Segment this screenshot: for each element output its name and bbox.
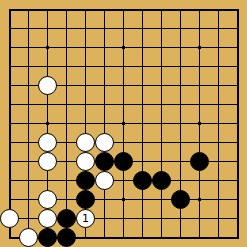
intersection: [171, 19, 190, 38]
intersection: [38, 190, 57, 209]
intersection: [133, 228, 152, 247]
intersection: [57, 76, 76, 95]
intersection: [114, 19, 133, 38]
intersection: [209, 133, 228, 152]
intersection: [0, 209, 19, 228]
intersection: [190, 95, 209, 114]
intersection: [76, 133, 95, 152]
intersection: [114, 209, 133, 228]
intersection: [133, 209, 152, 228]
intersection: [228, 171, 247, 190]
intersection: [171, 57, 190, 76]
intersection: [57, 0, 76, 19]
intersection: [209, 76, 228, 95]
intersection: [57, 19, 76, 38]
go-board-diagram: 1: [0, 0, 247, 247]
intersection: [133, 152, 152, 171]
intersection: [171, 95, 190, 114]
intersection: [228, 57, 247, 76]
intersection: [19, 19, 38, 38]
black-stone: [133, 171, 152, 190]
intersection: [209, 190, 228, 209]
intersection: [95, 133, 114, 152]
star-point: [46, 122, 49, 125]
intersection: [171, 190, 190, 209]
white-stone: [95, 133, 114, 152]
intersection: [114, 38, 133, 57]
intersection: [228, 38, 247, 57]
intersection: [171, 133, 190, 152]
intersection: [19, 190, 38, 209]
intersection: [152, 228, 171, 247]
intersection: [133, 114, 152, 133]
intersection: [95, 171, 114, 190]
intersection: [19, 95, 38, 114]
intersection: [190, 209, 209, 228]
intersection: [171, 209, 190, 228]
intersection: [95, 152, 114, 171]
intersection: [76, 38, 95, 57]
intersection: [57, 209, 76, 228]
intersection: [114, 133, 133, 152]
intersection: [19, 171, 38, 190]
white-stone: [38, 152, 57, 171]
intersection: [76, 76, 95, 95]
intersection: [152, 171, 171, 190]
intersection: [133, 76, 152, 95]
intersection: [209, 228, 228, 247]
intersection: [152, 190, 171, 209]
intersection: [0, 38, 19, 57]
intersection: [57, 133, 76, 152]
intersection: [95, 95, 114, 114]
intersection: [152, 57, 171, 76]
intersection: [76, 19, 95, 38]
intersection: [190, 152, 209, 171]
intersection: [19, 152, 38, 171]
intersection: [57, 95, 76, 114]
intersection: [0, 0, 19, 19]
black-stone: [114, 152, 133, 171]
intersection: [38, 0, 57, 19]
intersection: [0, 133, 19, 152]
intersection: [19, 133, 38, 152]
intersection: [95, 76, 114, 95]
intersection: [19, 114, 38, 133]
intersection: [152, 19, 171, 38]
goban-grid: 1: [0, 0, 247, 247]
intersection: [95, 19, 114, 38]
intersection: [38, 228, 57, 247]
intersection: [0, 95, 19, 114]
black-stone: [171, 190, 190, 209]
intersection: [57, 228, 76, 247]
intersection: [95, 38, 114, 57]
intersection: [152, 133, 171, 152]
intersection: [190, 76, 209, 95]
intersection: [171, 0, 190, 19]
intersection: [133, 57, 152, 76]
intersection: [95, 114, 114, 133]
intersection: [0, 228, 19, 247]
intersection: [152, 152, 171, 171]
intersection: [76, 152, 95, 171]
intersection: [38, 114, 57, 133]
intersection: [209, 0, 228, 19]
intersection: [209, 209, 228, 228]
white-stone: [38, 76, 57, 95]
intersection: [19, 228, 38, 247]
white-stone: [38, 209, 57, 228]
intersection: [0, 76, 19, 95]
star-point: [198, 46, 201, 49]
intersection: [0, 114, 19, 133]
intersection: [0, 152, 19, 171]
black-stone: [95, 152, 114, 171]
intersection: [190, 190, 209, 209]
intersection: [228, 190, 247, 209]
intersection: [190, 114, 209, 133]
intersection: [38, 95, 57, 114]
white-stone: [38, 190, 57, 209]
intersection: [228, 114, 247, 133]
intersection: [114, 190, 133, 209]
intersection: [171, 171, 190, 190]
intersection: [114, 152, 133, 171]
star-point: [198, 198, 201, 201]
star-point: [122, 122, 125, 125]
intersection: [38, 76, 57, 95]
intersection: [209, 95, 228, 114]
intersection: [19, 209, 38, 228]
intersection: [76, 114, 95, 133]
intersection: [190, 38, 209, 57]
intersection: [190, 0, 209, 19]
intersection: [133, 38, 152, 57]
intersection: [57, 57, 76, 76]
intersection: [133, 171, 152, 190]
intersection: [95, 57, 114, 76]
intersection: [0, 57, 19, 76]
black-stone: [190, 152, 209, 171]
intersection: [19, 0, 38, 19]
black-stone: [57, 209, 76, 228]
white-stone: [19, 228, 38, 247]
intersection: [152, 95, 171, 114]
intersection: [133, 19, 152, 38]
intersection: [152, 209, 171, 228]
intersection: [152, 38, 171, 57]
intersection: [228, 0, 247, 19]
intersection: [114, 228, 133, 247]
intersection: [209, 19, 228, 38]
intersection: [190, 171, 209, 190]
intersection: [114, 114, 133, 133]
star-point: [122, 46, 125, 49]
intersection: [209, 57, 228, 76]
intersection: [228, 95, 247, 114]
intersection: [171, 152, 190, 171]
black-stone: [76, 190, 95, 209]
intersection: [38, 57, 57, 76]
intersection: [0, 19, 19, 38]
intersection: [38, 19, 57, 38]
white-stone: [76, 152, 95, 171]
intersection: [209, 114, 228, 133]
black-stone: [57, 228, 76, 247]
intersection: [152, 114, 171, 133]
intersection: [209, 38, 228, 57]
intersection: [133, 133, 152, 152]
intersection: [114, 76, 133, 95]
black-stone: [76, 171, 95, 190]
intersection: [38, 133, 57, 152]
intersection: [209, 171, 228, 190]
black-stone: [152, 171, 171, 190]
intersection: [190, 133, 209, 152]
white-stone: [76, 133, 95, 152]
intersection: [152, 0, 171, 19]
white-stone: [38, 133, 57, 152]
intersection: [171, 76, 190, 95]
white-stone: [95, 171, 114, 190]
intersection: [133, 95, 152, 114]
intersection: [190, 228, 209, 247]
intersection: [38, 171, 57, 190]
intersection: [133, 0, 152, 19]
intersection: [228, 152, 247, 171]
intersection: [228, 19, 247, 38]
intersection: [171, 228, 190, 247]
intersection: [76, 57, 95, 76]
star-point: [46, 46, 49, 49]
intersection: [152, 76, 171, 95]
intersection: [190, 19, 209, 38]
intersection: [95, 228, 114, 247]
intersection: [38, 209, 57, 228]
intersection: [57, 190, 76, 209]
intersection: [133, 190, 152, 209]
intersection: [228, 228, 247, 247]
white-stone: [0, 209, 19, 228]
intersection: [19, 38, 38, 57]
intersection: [171, 38, 190, 57]
intersection: [57, 38, 76, 57]
intersection: [228, 133, 247, 152]
intersection: [76, 0, 95, 19]
intersection: [95, 209, 114, 228]
intersection: [76, 190, 95, 209]
intersection: [114, 95, 133, 114]
star-point: [198, 122, 201, 125]
intersection: [76, 171, 95, 190]
white-stone-move-1: 1: [76, 209, 95, 228]
intersection: [95, 0, 114, 19]
intersection: [38, 38, 57, 57]
black-stone: [38, 228, 57, 247]
intersection: [38, 152, 57, 171]
intersection: [190, 57, 209, 76]
intersection: [76, 228, 95, 247]
intersection: [114, 0, 133, 19]
intersection: [19, 57, 38, 76]
intersection: [57, 114, 76, 133]
intersection: [209, 152, 228, 171]
intersection: [171, 114, 190, 133]
intersection: [114, 171, 133, 190]
intersection: [0, 190, 19, 209]
intersection: [0, 171, 19, 190]
intersection: [228, 76, 247, 95]
star-point: [122, 198, 125, 201]
intersection: [57, 152, 76, 171]
intersection: [114, 57, 133, 76]
intersection: [19, 76, 38, 95]
intersection: [228, 209, 247, 228]
intersection: [95, 190, 114, 209]
intersection: [76, 95, 95, 114]
intersection: 1: [76, 209, 95, 228]
intersection: [57, 171, 76, 190]
